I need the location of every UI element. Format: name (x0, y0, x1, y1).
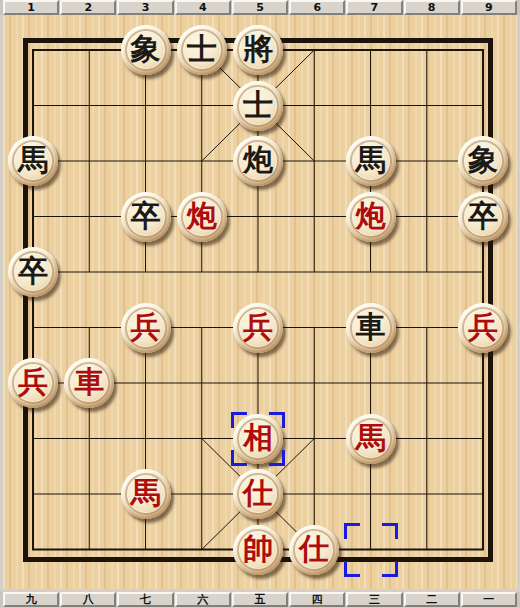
bottom-coordinate-1: 九 (3, 592, 59, 607)
piece-red-elephant[interactable]: 相 (233, 414, 283, 464)
top-coordinate-5: 5 (232, 0, 288, 15)
piece-glyph: 兵 (131, 312, 161, 342)
piece-black-horse[interactable]: 馬 (8, 136, 58, 186)
top-coordinate-8: 8 (404, 0, 460, 15)
piece-glyph: 象 (131, 34, 161, 64)
piece-glyph: 卒 (468, 201, 498, 231)
piece-red-advisor[interactable]: 仕 (289, 525, 339, 575)
piece-red-cannon[interactable]: 炮 (177, 192, 227, 242)
point-marker (76, 148, 102, 174)
bottom-coordinate-3: 七 (117, 592, 173, 607)
point-marker (20, 204, 46, 230)
piece-glyph: 炮 (243, 145, 273, 175)
piece-glyph: 士 (187, 34, 217, 64)
point-marker (76, 426, 102, 452)
piece-red-soldier[interactable]: 兵 (458, 303, 508, 353)
piece-black-soldier[interactable]: 卒 (458, 192, 508, 242)
piece-glyph: 象 (468, 145, 498, 175)
piece-glyph: 車 (356, 312, 386, 342)
piece-black-general[interactable]: 將 (233, 25, 283, 75)
piece-red-soldier[interactable]: 兵 (121, 303, 171, 353)
piece-glyph: 仕 (299, 534, 329, 564)
top-coordinate-9: 9 (461, 0, 517, 15)
piece-glyph: 卒 (131, 201, 161, 231)
file-coordinates-top: 123456789 (0, 0, 520, 15)
point-marker (245, 204, 271, 230)
file-coordinates-bottom: 九八七六五四三二一 (0, 592, 520, 607)
bottom-coordinate-9: 一 (461, 592, 517, 607)
piece-glyph: 兵 (468, 312, 498, 342)
point-marker (470, 370, 496, 396)
bottom-coordinate-6: 四 (289, 592, 345, 607)
piece-glyph: 將 (243, 34, 273, 64)
point-marker (133, 370, 159, 396)
top-coordinate-2: 2 (60, 0, 116, 15)
piece-black-soldier[interactable]: 卒 (8, 247, 58, 297)
xiangqi-app-window: 123456789 (0, 0, 520, 608)
bottom-coordinate-2: 八 (60, 592, 116, 607)
piece-black-horse[interactable]: 馬 (346, 136, 396, 186)
piece-glyph: 馬 (18, 145, 48, 175)
point-marker (245, 370, 271, 396)
top-coordinate-1: 1 (3, 0, 59, 15)
top-coordinate-7: 7 (346, 0, 402, 15)
piece-black-soldier[interactable]: 卒 (121, 192, 171, 242)
bottom-coordinate-4: 六 (175, 592, 231, 607)
piece-black-elephant[interactable]: 象 (121, 25, 171, 75)
top-coordinate-6: 6 (289, 0, 345, 15)
piece-glyph: 馬 (356, 423, 386, 453)
piece-red-soldier[interactable]: 兵 (233, 303, 283, 353)
piece-black-advisor[interactable]: 士 (233, 81, 283, 131)
piece-glyph: 兵 (243, 312, 273, 342)
piece-red-advisor[interactable]: 仕 (233, 469, 283, 519)
piece-red-general[interactable]: 帥 (233, 525, 283, 575)
top-coordinate-3: 3 (117, 0, 173, 15)
bottom-coordinate-7: 三 (346, 592, 402, 607)
piece-black-elephant[interactable]: 象 (458, 136, 508, 186)
piece-glyph: 炮 (356, 201, 386, 231)
point-marker (414, 148, 440, 174)
point-marker (414, 426, 440, 452)
piece-glyph: 車 (74, 367, 104, 397)
bottom-coordinate-8: 二 (404, 592, 460, 607)
point-marker (358, 370, 384, 396)
piece-glyph: 兵 (18, 367, 48, 397)
piece-glyph: 炮 (187, 201, 217, 231)
piece-red-horse[interactable]: 馬 (121, 469, 171, 519)
piece-glyph: 士 (243, 90, 273, 120)
piece-glyph: 帥 (243, 534, 273, 564)
piece-black-chariot[interactable]: 車 (346, 303, 396, 353)
piece-black-cannon[interactable]: 炮 (233, 136, 283, 186)
piece-glyph: 馬 (131, 478, 161, 508)
piece-red-chariot[interactable]: 車 (64, 358, 114, 408)
piece-red-soldier[interactable]: 兵 (8, 358, 58, 408)
top-coordinate-4: 4 (175, 0, 231, 15)
piece-red-cannon[interactable]: 炮 (346, 192, 396, 242)
piece-glyph: 卒 (18, 256, 48, 286)
piece-glyph: 相 (243, 423, 273, 453)
piece-black-advisor[interactable]: 士 (177, 25, 227, 75)
piece-glyph: 馬 (356, 145, 386, 175)
piece-red-horse[interactable]: 馬 (346, 414, 396, 464)
piece-glyph: 仕 (243, 478, 273, 508)
bottom-coordinate-5: 五 (232, 592, 288, 607)
